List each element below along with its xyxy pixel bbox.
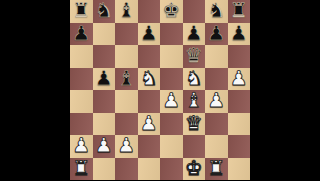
square-d5[interactable]: ♞	[138, 68, 161, 91]
square-g7[interactable]: ♟	[205, 23, 228, 46]
square-g2[interactable]	[205, 135, 228, 158]
white-pawn[interactable]: ♟	[95, 135, 113, 155]
square-c8[interactable]: ♝	[115, 0, 138, 23]
black-pawn[interactable]: ♟	[95, 68, 113, 88]
square-a3[interactable]	[70, 113, 93, 136]
square-g5[interactable]	[205, 68, 228, 91]
square-c1[interactable]	[115, 158, 138, 181]
square-g6[interactable]	[205, 45, 228, 68]
square-g4[interactable]: ♟	[205, 90, 228, 113]
square-e7[interactable]	[160, 23, 183, 46]
square-c3[interactable]	[115, 113, 138, 136]
white-king[interactable]: ♚	[185, 158, 203, 178]
square-a8[interactable]: ♜	[70, 0, 93, 23]
white-knight[interactable]: ♞	[185, 68, 203, 88]
square-e5[interactable]	[160, 68, 183, 91]
square-a2[interactable]: ♟	[70, 135, 93, 158]
square-e6[interactable]	[160, 45, 183, 68]
square-a5[interactable]	[70, 68, 93, 91]
square-c4[interactable]	[115, 90, 138, 113]
square-g1[interactable]: ♜	[205, 158, 228, 181]
square-c6[interactable]	[115, 45, 138, 68]
white-rook[interactable]: ♜	[72, 158, 90, 178]
black-rook[interactable]: ♜	[72, 0, 90, 20]
black-rook[interactable]: ♜	[230, 0, 248, 20]
black-pawn[interactable]: ♟	[185, 23, 203, 43]
square-f2[interactable]	[183, 135, 206, 158]
white-knight[interactable]: ♞	[140, 68, 158, 88]
square-b5[interactable]: ♟	[93, 68, 116, 91]
square-b4[interactable]	[93, 90, 116, 113]
square-d8[interactable]	[138, 0, 161, 23]
square-c5[interactable]: ♝	[115, 68, 138, 91]
white-pawn[interactable]: ♟	[230, 68, 248, 88]
white-pawn[interactable]: ♟	[72, 135, 90, 155]
square-d2[interactable]	[138, 135, 161, 158]
white-queen[interactable]: ♛	[185, 113, 203, 133]
white-bishop[interactable]: ♝	[185, 90, 203, 110]
square-h4[interactable]	[228, 90, 251, 113]
square-e2[interactable]	[160, 135, 183, 158]
square-d3[interactable]: ♟	[138, 113, 161, 136]
white-pawn[interactable]: ♟	[140, 113, 158, 133]
square-h2[interactable]	[228, 135, 251, 158]
chess-board: ♜♞♝♚♞♜♟♟♟♟♟♛♟♝♞♞♟♟♝♟♟♛♟♟♟♜♚♜	[70, 0, 250, 180]
square-h3[interactable]	[228, 113, 251, 136]
black-knight[interactable]: ♞	[207, 0, 225, 20]
square-d1[interactable]	[138, 158, 161, 181]
square-d6[interactable]	[138, 45, 161, 68]
black-king[interactable]: ♚	[162, 0, 180, 20]
square-b7[interactable]	[93, 23, 116, 46]
square-f3[interactable]: ♛	[183, 113, 206, 136]
black-queen[interactable]: ♛	[185, 45, 203, 65]
white-rook[interactable]: ♜	[207, 158, 225, 178]
black-pawn[interactable]: ♟	[207, 23, 225, 43]
square-d7[interactable]: ♟	[138, 23, 161, 46]
square-f7[interactable]: ♟	[183, 23, 206, 46]
square-d4[interactable]	[138, 90, 161, 113]
white-pawn[interactable]: ♟	[162, 90, 180, 110]
black-knight[interactable]: ♞	[95, 0, 113, 20]
black-pawn[interactable]: ♟	[230, 23, 248, 43]
square-a4[interactable]	[70, 90, 93, 113]
black-bishop[interactable]: ♝	[117, 68, 135, 88]
square-c7[interactable]	[115, 23, 138, 46]
square-h6[interactable]	[228, 45, 251, 68]
square-b8[interactable]: ♞	[93, 0, 116, 23]
black-pawn[interactable]: ♟	[72, 23, 90, 43]
square-c2[interactable]: ♟	[115, 135, 138, 158]
square-g8[interactable]: ♞	[205, 0, 228, 23]
black-bishop[interactable]: ♝	[117, 0, 135, 20]
square-h1[interactable]	[228, 158, 251, 181]
square-f5[interactable]: ♞	[183, 68, 206, 91]
white-pawn[interactable]: ♟	[207, 90, 225, 110]
square-f1[interactable]: ♚	[183, 158, 206, 181]
square-h8[interactable]: ♜	[228, 0, 251, 23]
square-h5[interactable]: ♟	[228, 68, 251, 91]
square-a6[interactable]	[70, 45, 93, 68]
square-g3[interactable]	[205, 113, 228, 136]
square-b3[interactable]	[93, 113, 116, 136]
square-f6[interactable]: ♛	[183, 45, 206, 68]
square-e8[interactable]: ♚	[160, 0, 183, 23]
square-b2[interactable]: ♟	[93, 135, 116, 158]
square-e1[interactable]	[160, 158, 183, 181]
square-a1[interactable]: ♜	[70, 158, 93, 181]
square-h7[interactable]: ♟	[228, 23, 251, 46]
black-pawn[interactable]: ♟	[140, 23, 158, 43]
square-a7[interactable]: ♟	[70, 23, 93, 46]
screenshot-stage: ♜♞♝♚♞♜♟♟♟♟♟♛♟♝♞♞♟♟♝♟♟♛♟♟♟♜♚♜	[0, 0, 320, 180]
square-b6[interactable]	[93, 45, 116, 68]
square-e3[interactable]	[160, 113, 183, 136]
square-f4[interactable]: ♝	[183, 90, 206, 113]
square-f8[interactable]	[183, 0, 206, 23]
square-b1[interactable]	[93, 158, 116, 181]
white-pawn[interactable]: ♟	[117, 135, 135, 155]
square-e4[interactable]: ♟	[160, 90, 183, 113]
